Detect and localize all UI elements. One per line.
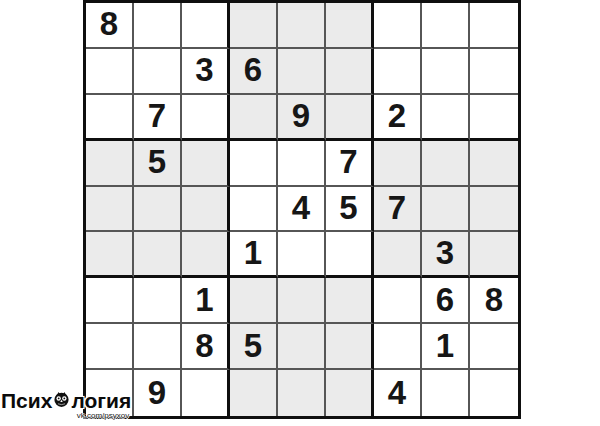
cell-r9c2: 9 (134, 370, 182, 416)
cell-r2c3: 3 (182, 49, 230, 95)
given-digit: 9 (292, 99, 310, 132)
given-digit: 2 (388, 99, 406, 132)
given-digit: 6 (244, 53, 262, 86)
watermark-title-prefix: Псих (1, 389, 52, 413)
cell-r8c7 (374, 324, 422, 370)
cell-r9c9 (470, 370, 518, 416)
cell-r1c4 (230, 3, 278, 49)
cell-r1c5 (278, 3, 326, 49)
cell-r7c9: 8 (470, 278, 518, 324)
cell-r2c4: 6 (230, 49, 278, 95)
cell-r4c4 (230, 141, 278, 187)
given-digit: 9 (148, 376, 166, 409)
given-digit: 1 (244, 236, 262, 269)
given-digit: 8 (100, 7, 118, 40)
cell-r2c7 (374, 49, 422, 95)
given-digit: 4 (292, 191, 310, 224)
cell-r7c1 (86, 278, 134, 324)
cell-r3c7: 2 (374, 95, 422, 141)
cell-r6c5 (278, 232, 326, 278)
cell-r8c2 (134, 324, 182, 370)
given-digit: 8 (195, 329, 213, 362)
cell-r7c4 (230, 278, 278, 324)
cell-r4c8 (422, 141, 470, 187)
cell-r3c1 (86, 95, 134, 141)
cell-r4c3 (182, 141, 230, 187)
cell-r1c8 (422, 3, 470, 49)
given-digit: 3 (195, 53, 213, 86)
cell-r1c1: 8 (86, 3, 134, 49)
cell-r5c6: 5 (326, 187, 374, 233)
cell-r5c4 (230, 187, 278, 233)
given-digit: 7 (388, 191, 406, 224)
cell-r5c9 (470, 187, 518, 233)
given-digit: 6 (436, 283, 454, 316)
cell-r1c3 (182, 3, 230, 49)
cell-r8c1 (86, 324, 134, 370)
cell-r8c9 (470, 324, 518, 370)
cell-r8c4: 5 (230, 324, 278, 370)
cell-r3c2: 7 (134, 95, 182, 141)
given-digit: 1 (195, 283, 213, 316)
cell-r5c2 (134, 187, 182, 233)
watermark-title: Псих логия (1, 389, 131, 413)
cell-r6c1 (86, 232, 134, 278)
cell-r2c5 (278, 49, 326, 95)
cell-r7c3: 1 (182, 278, 230, 324)
given-digit: 5 (148, 145, 166, 178)
given-digit: 5 (339, 191, 357, 224)
cell-r9c6 (326, 370, 374, 416)
cell-r2c2 (134, 49, 182, 95)
cell-r7c6 (326, 278, 374, 324)
cell-r8c8: 1 (422, 324, 470, 370)
cell-r9c7: 4 (374, 370, 422, 416)
cell-r7c8: 6 (422, 278, 470, 324)
given-digit: 5 (244, 329, 262, 362)
cell-r6c8: 3 (422, 232, 470, 278)
cell-r9c3 (182, 370, 230, 416)
cell-r4c2: 5 (134, 141, 182, 187)
cell-r5c5: 4 (278, 187, 326, 233)
cell-r3c5: 9 (278, 95, 326, 141)
cell-r7c5 (278, 278, 326, 324)
cell-r7c2 (134, 278, 182, 324)
owl-icon (53, 389, 70, 413)
cell-r8c6 (326, 324, 374, 370)
cell-r3c4 (230, 95, 278, 141)
cell-r1c6 (326, 3, 374, 49)
cell-r1c9 (470, 3, 518, 49)
cell-r1c7 (374, 3, 422, 49)
cell-r4c9 (470, 141, 518, 187)
cell-r3c9 (470, 95, 518, 141)
cell-r5c7: 7 (374, 187, 422, 233)
given-digit: 3 (436, 236, 454, 269)
given-digit: 7 (339, 145, 357, 178)
cell-r2c6 (326, 49, 374, 95)
cell-r8c3: 8 (182, 324, 230, 370)
cell-r2c1 (86, 49, 134, 95)
given-digit: 4 (388, 376, 406, 409)
cell-r6c7 (374, 232, 422, 278)
cell-r5c8 (422, 187, 470, 233)
cell-r8c5 (278, 324, 326, 370)
given-digit: 8 (485, 283, 503, 316)
cell-r4c7 (374, 141, 422, 187)
cell-r6c4: 1 (230, 232, 278, 278)
cell-r2c9 (470, 49, 518, 95)
cell-r7c7 (374, 278, 422, 324)
cell-r6c6 (326, 232, 374, 278)
puzzle-image: 836792574571316885194 Псих логия vk.com (0, 0, 600, 426)
cell-r4c1 (86, 141, 134, 187)
cell-r4c6: 7 (326, 141, 374, 187)
cell-r3c3 (182, 95, 230, 141)
cell-r6c3 (182, 232, 230, 278)
cell-r1c2 (134, 3, 182, 49)
cell-r6c2 (134, 232, 182, 278)
cell-r5c1 (86, 187, 134, 233)
cell-r5c3 (182, 187, 230, 233)
watermark-title-suffix: логия (71, 389, 131, 413)
cell-r9c4 (230, 370, 278, 416)
cell-r4c5 (278, 141, 326, 187)
cell-r2c8 (422, 49, 470, 95)
cell-r3c8 (422, 95, 470, 141)
watermark: Псих логия vk.com/psyxov (1, 389, 131, 420)
sudoku-board: 836792574571316885194 (83, 0, 521, 419)
given-digit: 7 (148, 99, 166, 132)
cell-r3c6 (326, 95, 374, 141)
cell-r9c8 (422, 370, 470, 416)
cell-r6c9 (470, 232, 518, 278)
cell-r9c5 (278, 370, 326, 416)
given-digit: 1 (436, 329, 454, 362)
